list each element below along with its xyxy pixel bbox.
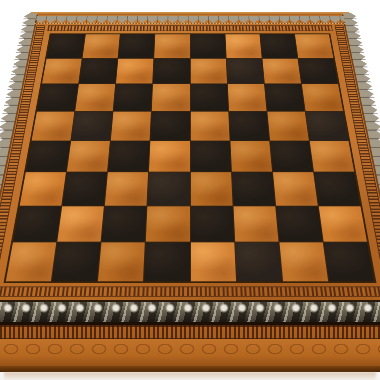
square-a7[interactable] (42, 58, 82, 83)
square-d4[interactable] (149, 141, 189, 172)
square-f1[interactable] (235, 243, 282, 282)
square-d3[interactable] (148, 172, 190, 205)
square-a6[interactable] (37, 84, 78, 111)
square-c5[interactable] (111, 112, 151, 141)
case-apron (0, 300, 380, 372)
chess-board-top-face (0, 12, 380, 302)
square-f7[interactable] (226, 58, 263, 83)
square-g2[interactable] (276, 206, 323, 242)
chess-board-grid (4, 33, 377, 283)
square-a1[interactable] (6, 243, 57, 282)
square-d2[interactable] (146, 206, 189, 242)
square-a3[interactable] (20, 172, 66, 205)
square-d8[interactable] (154, 34, 189, 58)
square-c4[interactable] (108, 141, 150, 172)
square-c7[interactable] (116, 58, 153, 83)
square-b6[interactable] (75, 84, 115, 111)
square-f6[interactable] (228, 84, 267, 111)
square-a5[interactable] (32, 112, 75, 141)
square-g7[interactable] (262, 58, 301, 83)
square-f5[interactable] (229, 112, 269, 141)
apron-swag-band (0, 339, 380, 366)
square-e5[interactable] (190, 112, 229, 141)
square-d5[interactable] (151, 112, 190, 141)
square-d7[interactable] (153, 58, 189, 83)
square-c3[interactable] (105, 172, 148, 205)
square-f4[interactable] (230, 141, 272, 172)
square-e1[interactable] (190, 243, 235, 282)
square-g3[interactable] (273, 172, 318, 205)
square-e6[interactable] (190, 84, 228, 111)
square-f3[interactable] (232, 172, 275, 205)
square-h4[interactable] (310, 141, 355, 172)
square-b4[interactable] (67, 141, 110, 172)
tooled-border-top (47, 25, 333, 31)
square-f8[interactable] (225, 34, 261, 58)
square-b8[interactable] (83, 34, 120, 58)
rope-molding (0, 300, 380, 325)
square-h5[interactable] (306, 112, 349, 141)
square-b7[interactable] (79, 58, 118, 83)
square-e8[interactable] (190, 34, 225, 58)
square-h7[interactable] (298, 58, 338, 83)
square-b3[interactable] (62, 172, 107, 205)
square-c6[interactable] (114, 84, 153, 111)
square-a8[interactable] (47, 34, 85, 58)
square-b2[interactable] (57, 206, 104, 242)
square-b1[interactable] (52, 243, 101, 282)
apron-tooled-band (0, 325, 380, 339)
square-g1[interactable] (279, 243, 328, 282)
square-h1[interactable] (324, 243, 375, 282)
square-f2[interactable] (233, 206, 278, 242)
square-c2[interactable] (102, 206, 147, 242)
square-g5[interactable] (267, 112, 309, 141)
square-e2[interactable] (190, 206, 233, 242)
rim-bead-line (35, 23, 346, 24)
table-reflection (4, 372, 376, 380)
square-h2[interactable] (319, 206, 367, 242)
square-a4[interactable] (26, 141, 71, 172)
chessboard-product-photo (0, 0, 380, 380)
square-c8[interactable] (119, 34, 155, 58)
square-c1[interactable] (98, 243, 145, 282)
square-a2[interactable] (13, 206, 61, 242)
square-d6[interactable] (152, 84, 190, 111)
square-e3[interactable] (190, 172, 232, 205)
square-b5[interactable] (71, 112, 113, 141)
square-g4[interactable] (270, 141, 313, 172)
square-g6[interactable] (265, 84, 305, 111)
square-g8[interactable] (260, 34, 297, 58)
square-e7[interactable] (190, 58, 226, 83)
square-h8[interactable] (295, 34, 333, 58)
square-h6[interactable] (302, 84, 343, 111)
square-d1[interactable] (144, 243, 189, 282)
square-e4[interactable] (190, 141, 230, 172)
tooled-border-bottom (0, 286, 380, 296)
carved-rim-top (35, 16, 345, 23)
square-h3[interactable] (314, 172, 360, 205)
